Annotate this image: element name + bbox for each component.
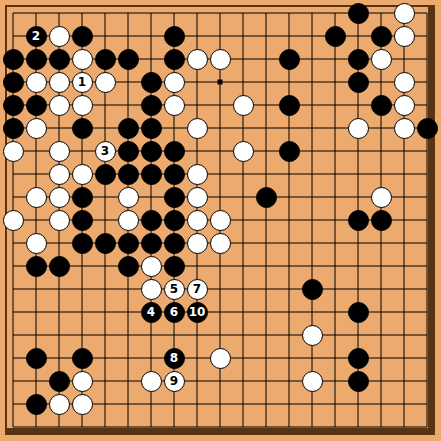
black-stone — [118, 256, 139, 277]
black-stone — [348, 49, 369, 70]
black-stone — [72, 210, 93, 231]
white-stone — [118, 187, 139, 208]
white-stone — [141, 371, 162, 392]
white-stone — [394, 26, 415, 47]
white-stone — [187, 49, 208, 70]
black-stone — [417, 118, 438, 139]
black-stone — [141, 233, 162, 254]
black-stone — [371, 210, 392, 231]
white-stone-move-3: 3 — [95, 141, 116, 162]
white-stone — [49, 72, 70, 93]
white-stone-move-7: 7 — [187, 279, 208, 300]
black-stone — [279, 95, 300, 116]
black-stone — [26, 348, 47, 369]
black-stone — [49, 371, 70, 392]
black-stone — [279, 141, 300, 162]
white-stone — [26, 72, 47, 93]
white-stone — [187, 187, 208, 208]
white-stone-move-5: 5 — [164, 279, 185, 300]
white-stone — [26, 233, 47, 254]
black-stone-move-10: 10 — [187, 302, 208, 323]
black-stone — [141, 141, 162, 162]
screenshot-stage: 21357461089 — [0, 0, 441, 441]
white-stone — [72, 95, 93, 116]
black-stone — [348, 348, 369, 369]
black-stone — [72, 118, 93, 139]
black-stone — [164, 256, 185, 277]
black-stone — [164, 210, 185, 231]
white-stone — [210, 348, 231, 369]
black-stone — [164, 164, 185, 185]
white-stone — [164, 72, 185, 93]
white-stone — [394, 3, 415, 24]
black-stone — [95, 49, 116, 70]
black-stone-move-8: 8 — [164, 348, 185, 369]
black-stone — [72, 233, 93, 254]
black-stone — [141, 72, 162, 93]
white-stone — [49, 26, 70, 47]
white-stone — [164, 95, 185, 116]
white-stone — [3, 210, 24, 231]
white-stone — [141, 279, 162, 300]
white-stone — [49, 394, 70, 415]
white-stone — [302, 371, 323, 392]
white-stone — [49, 95, 70, 116]
white-stone — [210, 210, 231, 231]
white-stone — [49, 210, 70, 231]
white-stone — [210, 49, 231, 70]
white-stone — [72, 49, 93, 70]
black-stone — [118, 164, 139, 185]
white-stone — [302, 325, 323, 346]
black-stone — [348, 302, 369, 323]
white-stone — [233, 141, 254, 162]
black-stone — [164, 26, 185, 47]
white-stone — [210, 233, 231, 254]
black-stone — [141, 164, 162, 185]
black-stone-move-4: 4 — [141, 302, 162, 323]
white-stone — [187, 233, 208, 254]
white-stone — [26, 187, 47, 208]
black-stone — [141, 95, 162, 116]
black-stone — [118, 49, 139, 70]
black-stone — [95, 233, 116, 254]
black-stone — [164, 233, 185, 254]
white-stone — [371, 187, 392, 208]
black-stone — [3, 118, 24, 139]
white-stone — [72, 164, 93, 185]
white-stone — [118, 210, 139, 231]
white-stone — [394, 118, 415, 139]
black-stone — [26, 394, 47, 415]
black-stone — [348, 72, 369, 93]
black-stone — [141, 118, 162, 139]
white-stone — [394, 72, 415, 93]
black-stone — [26, 256, 47, 277]
black-stone — [72, 26, 93, 47]
white-stone — [49, 187, 70, 208]
black-stone — [348, 210, 369, 231]
black-stone — [3, 95, 24, 116]
black-stone-move-6: 6 — [164, 302, 185, 323]
black-stone — [256, 187, 277, 208]
black-stone — [325, 26, 346, 47]
white-stone-move-9: 9 — [164, 371, 185, 392]
white-stone — [72, 371, 93, 392]
white-stone — [49, 164, 70, 185]
black-stone — [348, 3, 369, 24]
black-stone — [3, 72, 24, 93]
black-stone — [348, 371, 369, 392]
white-stone — [187, 118, 208, 139]
go-board[interactable]: 21357461089 — [0, 0, 441, 441]
black-stone — [118, 233, 139, 254]
black-stone — [371, 95, 392, 116]
black-stone — [49, 49, 70, 70]
black-stone — [164, 141, 185, 162]
white-stone — [26, 118, 47, 139]
black-stone — [118, 141, 139, 162]
black-stone — [3, 49, 24, 70]
black-stone — [72, 348, 93, 369]
black-stone — [164, 187, 185, 208]
black-stone — [95, 164, 116, 185]
white-stone — [371, 49, 392, 70]
black-stone — [371, 26, 392, 47]
white-stone — [141, 256, 162, 277]
white-stone — [187, 164, 208, 185]
white-stone — [3, 141, 24, 162]
white-stone-move-1: 1 — [72, 72, 93, 93]
black-stone — [72, 187, 93, 208]
white-stone — [394, 95, 415, 116]
white-stone — [187, 210, 208, 231]
black-stone — [302, 279, 323, 300]
black-stone — [141, 210, 162, 231]
stones-layer: 21357461089 — [0, 0, 441, 441]
black-stone — [49, 256, 70, 277]
black-stone — [164, 49, 185, 70]
black-stone-move-2: 2 — [26, 26, 47, 47]
white-stone — [95, 72, 116, 93]
white-stone — [72, 394, 93, 415]
white-stone — [233, 95, 254, 116]
black-stone — [279, 49, 300, 70]
black-stone — [26, 49, 47, 70]
white-stone — [348, 118, 369, 139]
black-stone — [26, 95, 47, 116]
black-stone — [118, 118, 139, 139]
white-stone — [49, 141, 70, 162]
